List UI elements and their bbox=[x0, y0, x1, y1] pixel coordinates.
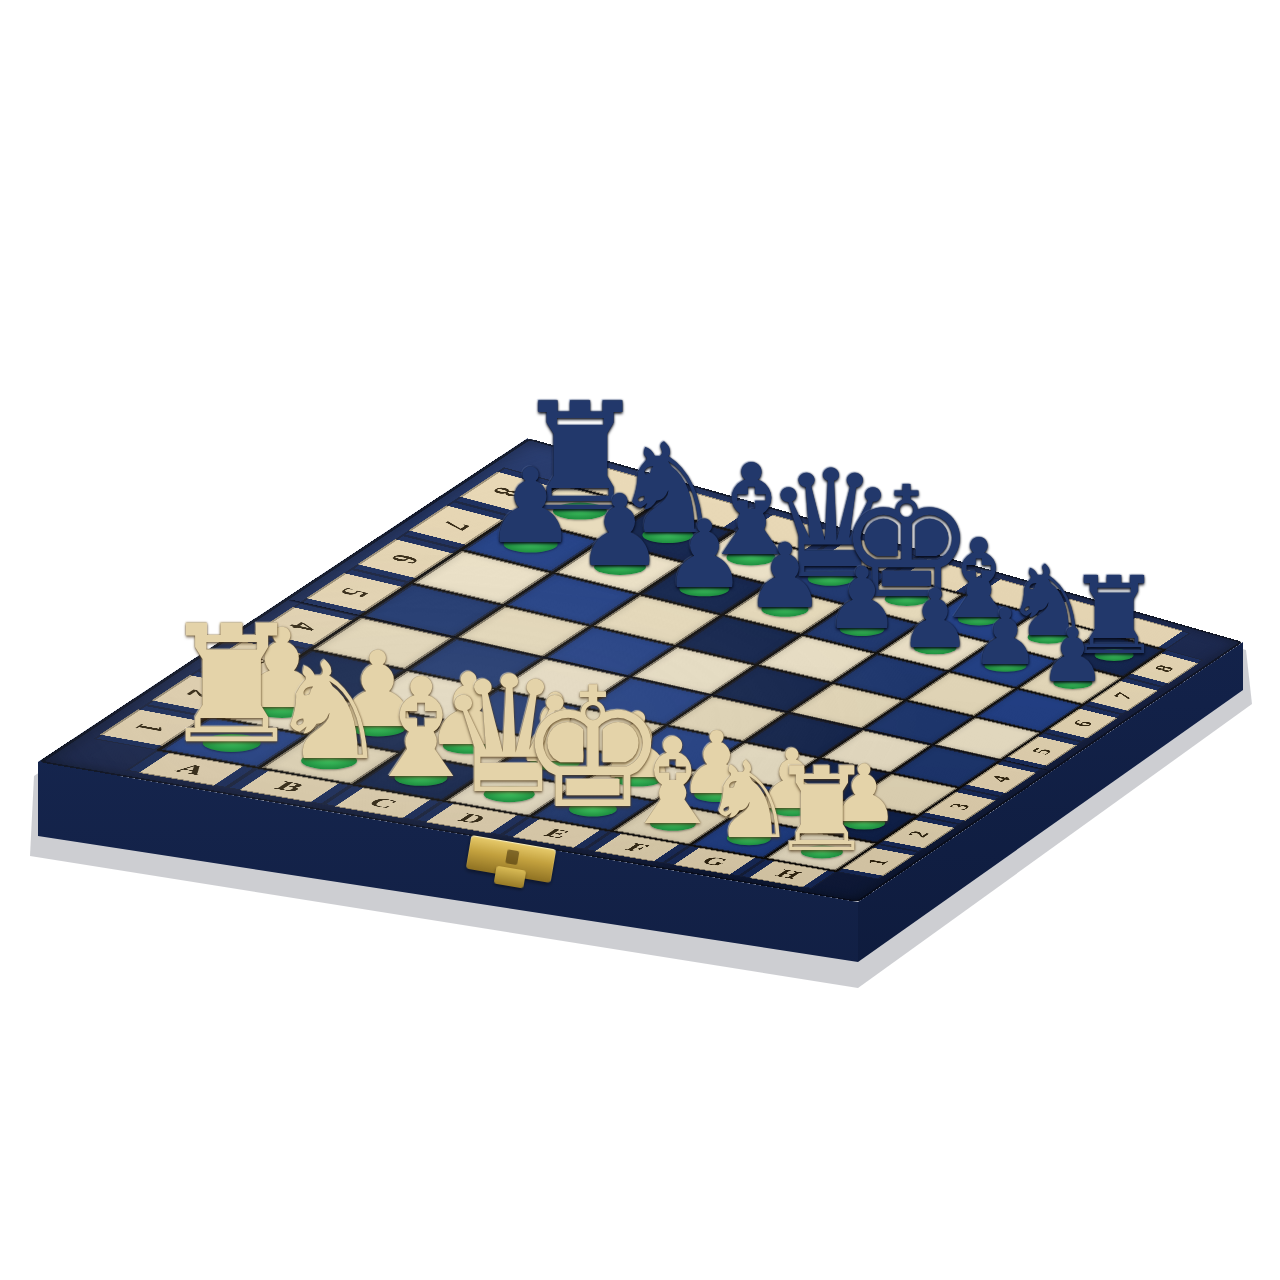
piece-blue-pawn-e7[interactable]: ♟ bbox=[824, 556, 900, 641]
latch-slot bbox=[505, 849, 519, 865]
coord-label: 2 bbox=[903, 829, 936, 839]
piece-blue-pawn-f7[interactable]: ♟ bbox=[899, 578, 972, 659]
coord-label: 4 bbox=[985, 774, 1018, 784]
coord-label: 3 bbox=[944, 801, 977, 811]
piece-blue-pawn-d7[interactable]: ♟ bbox=[745, 532, 825, 621]
piece-blue-pawn-a7[interactable]: ♟ bbox=[484, 455, 577, 559]
coord-label: 7 bbox=[1108, 691, 1139, 702]
piece-blue-pawn-h7[interactable]: ♟ bbox=[1039, 619, 1106, 693]
coord-label: 7 bbox=[433, 518, 478, 533]
coord-label: 5 bbox=[331, 585, 378, 599]
coord-label: 6 bbox=[382, 551, 428, 566]
piece-white-rook-h1[interactable]: ♜ bbox=[770, 752, 874, 868]
coord-label: 6 bbox=[1067, 718, 1099, 729]
chess-set-photo: ABCDEFGH 87654321 87654321 ♜♞♝♛♚♝♞♜♟♟♟♟♟… bbox=[0, 0, 1280, 1280]
piece-blue-pawn-b7[interactable]: ♟ bbox=[576, 482, 664, 581]
piece-blue-pawn-c7[interactable]: ♟ bbox=[662, 508, 746, 602]
piece-blue-pawn-g7[interactable]: ♟ bbox=[971, 599, 1041, 677]
coord-label: 5 bbox=[1026, 746, 1058, 756]
